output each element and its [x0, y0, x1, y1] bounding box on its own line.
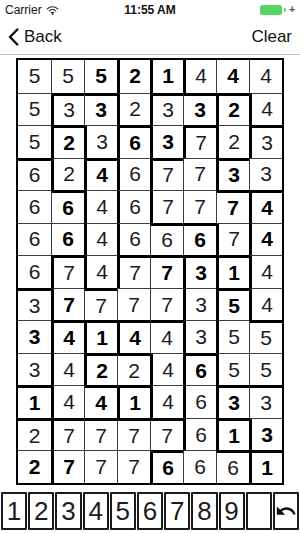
cell-r4c1[interactable]: 6 [51, 190, 84, 223]
cell-r0c7[interactable]: 4 [249, 60, 282, 93]
cell-r6c2[interactable]: 4 [84, 255, 117, 288]
key-6[interactable]: 6 [137, 492, 163, 530]
cell-r1c4[interactable]: 3 [150, 93, 183, 126]
charging-indicator: + [289, 5, 295, 15]
cell-r11c2[interactable]: 7 [84, 418, 117, 451]
cell-r4c4[interactable]: 7 [150, 190, 183, 223]
cell-r2c6[interactable]: 2 [216, 125, 249, 158]
cell-r8c3[interactable]: 4 [117, 320, 150, 353]
key-2[interactable]: 2 [28, 492, 54, 530]
cell-r12c2[interactable]: 7 [84, 450, 117, 483]
cell-r6c1[interactable]: 7 [51, 255, 84, 288]
cell-r11c1[interactable]: 7 [51, 418, 84, 451]
cell-r10c5[interactable]: 6 [183, 385, 216, 418]
cell-r6c5[interactable]: 3 [183, 255, 216, 288]
cell-r5c5[interactable]: 6 [183, 223, 216, 256]
cell-r1c3[interactable]: 2 [117, 93, 150, 126]
key-7[interactable]: 7 [164, 492, 190, 530]
cell-r5c0[interactable]: 6 [18, 223, 51, 256]
cell-r12c5[interactable]: 6 [183, 450, 216, 483]
cell-r1c5[interactable]: 3 [183, 93, 216, 126]
cell-r10c3[interactable]: 1 [117, 385, 150, 418]
cell-r6c6[interactable]: 1 [216, 255, 249, 288]
cell-r10c1[interactable]: 4 [51, 385, 84, 418]
cell-r7c7[interactable]: 4 [249, 288, 282, 321]
battery-icon: + [198, 5, 295, 15]
cell-r4c2[interactable]: 4 [84, 190, 117, 223]
cell-r11c4[interactable]: 7 [150, 418, 183, 451]
cell-r9c1[interactable]: 4 [51, 353, 84, 386]
cell-r1c2[interactable]: 3 [84, 93, 117, 126]
key-8[interactable]: 8 [191, 492, 217, 530]
cell-r5c6[interactable]: 7 [216, 223, 249, 256]
cell-r6c0[interactable]: 6 [18, 255, 51, 288]
cell-r11c3[interactable]: 7 [117, 418, 150, 451]
key-4[interactable]: 4 [83, 492, 109, 530]
cell-r7c2[interactable]: 7 [84, 288, 117, 321]
cell-r9c7[interactable]: 5 [249, 353, 282, 386]
cell-r8c2[interactable]: 1 [84, 320, 117, 353]
cell-r2c2[interactable]: 3 [84, 125, 117, 158]
cell-r7c0[interactable]: 3 [18, 288, 51, 321]
fillomino-board: 5552144453323324523637236246773366467774… [16, 58, 284, 485]
key-3[interactable]: 3 [55, 492, 81, 530]
cell-r9c5[interactable]: 6 [183, 353, 216, 386]
clock: 11:55 AM [102, 3, 199, 17]
cell-r3c4[interactable]: 7 [150, 158, 183, 191]
cell-r10c2[interactable]: 4 [84, 385, 117, 418]
cell-r2c3[interactable]: 6 [117, 125, 150, 158]
cell-r12c7[interactable]: 1 [249, 450, 282, 483]
cell-r2c4[interactable]: 3 [150, 125, 183, 158]
cell-r5c4[interactable]: 6 [150, 223, 183, 256]
cell-r11c5[interactable]: 6 [183, 418, 216, 451]
undo-button[interactable] [273, 492, 299, 530]
cell-r7c3[interactable]: 7 [117, 288, 150, 321]
cell-r3c6[interactable]: 3 [216, 158, 249, 191]
cell-r3c1[interactable]: 2 [51, 158, 84, 191]
cell-r8c0[interactable]: 3 [18, 320, 51, 353]
cell-r11c7[interactable]: 3 [249, 418, 282, 451]
cell-r3c5[interactable]: 7 [183, 158, 216, 191]
clear-button[interactable]: Clear [251, 27, 292, 47]
cell-r9c2[interactable]: 2 [84, 353, 117, 386]
cell-r3c7[interactable]: 3 [249, 158, 282, 191]
cell-r9c0[interactable]: 3 [18, 353, 51, 386]
cell-r1c1[interactable]: 3 [51, 93, 84, 126]
cell-r2c7[interactable]: 3 [249, 125, 282, 158]
cell-r8c1[interactable]: 4 [51, 320, 84, 353]
key-5[interactable]: 5 [110, 492, 136, 530]
cell-r1c6[interactable]: 2 [216, 93, 249, 126]
cell-r4c7[interactable]: 4 [249, 190, 282, 223]
cell-r4c3[interactable]: 6 [117, 190, 150, 223]
key-1[interactable]: 1 [1, 492, 27, 530]
cell-r10c7[interactable]: 3 [249, 385, 282, 418]
cell-r6c3[interactable]: 7 [117, 255, 150, 288]
cell-r0c4[interactable]: 1 [150, 60, 183, 93]
cell-r6c7[interactable]: 4 [249, 255, 282, 288]
back-label: Back [24, 27, 62, 47]
keypad: 123456789 [1, 492, 299, 530]
back-button[interactable]: Back [8, 27, 62, 47]
cell-r1c0[interactable]: 5 [18, 93, 51, 126]
cell-r9c3[interactable]: 2 [117, 353, 150, 386]
cell-r4c6[interactable]: 7 [216, 190, 249, 223]
cell-r4c0[interactable]: 6 [18, 190, 51, 223]
cell-r8c7[interactable]: 5 [249, 320, 282, 353]
cell-r8c6[interactable]: 5 [216, 320, 249, 353]
cell-r8c4[interactable]: 4 [150, 320, 183, 353]
carrier-label: Carrier [5, 3, 42, 17]
cell-r9c6[interactable]: 5 [216, 353, 249, 386]
cell-r0c6[interactable]: 4 [216, 60, 249, 93]
cell-r6c4[interactable]: 7 [150, 255, 183, 288]
cell-r10c0[interactable]: 1 [18, 385, 51, 418]
cell-r2c5[interactable]: 7 [183, 125, 216, 158]
cell-r5c3[interactable]: 6 [117, 223, 150, 256]
cell-r0c3[interactable]: 2 [117, 60, 150, 93]
cell-r7c5[interactable]: 3 [183, 288, 216, 321]
cell-r12c0[interactable]: 2 [18, 450, 51, 483]
cell-r9c4[interactable]: 4 [150, 353, 183, 386]
cell-r7c1[interactable]: 7 [51, 288, 84, 321]
cell-r8c5[interactable]: 3 [183, 320, 216, 353]
cell-r10c6[interactable]: 3 [216, 385, 249, 418]
nav-bar: Back Clear [0, 20, 300, 55]
cell-r12c6[interactable]: 6 [216, 450, 249, 483]
cell-r12c3[interactable]: 7 [117, 450, 150, 483]
cell-r0c5[interactable]: 4 [183, 60, 216, 93]
cell-r5c7[interactable]: 4 [249, 223, 282, 256]
wifi-icon [46, 5, 59, 15]
cell-r4c5[interactable]: 7 [183, 190, 216, 223]
cell-r1c7[interactable]: 4 [249, 93, 282, 126]
cell-r5c1[interactable]: 6 [51, 223, 84, 256]
cell-r12c1[interactable]: 7 [51, 450, 84, 483]
cell-r11c0[interactable]: 2 [18, 418, 51, 451]
cell-r0c1[interactable]: 5 [51, 60, 84, 93]
cell-r10c4[interactable]: 4 [150, 385, 183, 418]
cell-r12c4[interactable]: 6 [150, 450, 183, 483]
cell-r0c2[interactable]: 5 [84, 60, 117, 93]
undo-arrow-icon [275, 500, 297, 522]
app-screen: Carrier 11:55 AM + Back [0, 0, 300, 533]
erase-button[interactable] [246, 492, 272, 530]
key-9[interactable]: 9 [219, 492, 245, 530]
cell-r2c0[interactable]: 5 [18, 125, 51, 158]
cell-r3c3[interactable]: 6 [117, 158, 150, 191]
cell-r2c1[interactable]: 2 [51, 125, 84, 158]
cell-r7c6[interactable]: 5 [216, 288, 249, 321]
cell-r5c2[interactable]: 4 [84, 223, 117, 256]
back-chevron-icon [8, 28, 19, 46]
cell-r3c2[interactable]: 4 [84, 158, 117, 191]
cell-r7c4[interactable]: 7 [150, 288, 183, 321]
cell-r3c0[interactable]: 6 [18, 158, 51, 191]
status-bar: Carrier 11:55 AM + [0, 0, 300, 20]
cell-r0c0[interactable]: 5 [18, 60, 51, 93]
cell-r11c6[interactable]: 1 [216, 418, 249, 451]
